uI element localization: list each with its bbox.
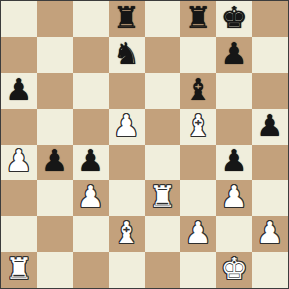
square-g2[interactable] <box>216 216 252 252</box>
square-b8[interactable] <box>37 1 73 37</box>
square-g4[interactable]: ♟ <box>216 145 252 181</box>
square-a7[interactable] <box>1 37 37 73</box>
square-e8[interactable] <box>145 1 181 37</box>
black-bishop: ♝ <box>185 75 212 105</box>
square-d4[interactable] <box>109 145 145 181</box>
black-pawn: ♟ <box>5 75 32 105</box>
black-king: ♚ <box>221 3 248 33</box>
square-b5[interactable] <box>37 109 73 145</box>
square-g5[interactable] <box>216 109 252 145</box>
white-pawn: ♟ <box>185 218 212 248</box>
square-h7[interactable] <box>252 37 288 73</box>
square-d7[interactable]: ♞ <box>109 37 145 73</box>
square-c8[interactable] <box>73 1 109 37</box>
square-a2[interactable] <box>1 216 37 252</box>
white-pawn: ♟ <box>221 182 248 212</box>
chess-board-frame: ♜♜♚♞♟♟♝♟♝♟♟♟♟♟♟♜♟♝♟♟♜♚ <box>0 0 289 289</box>
square-c1[interactable] <box>73 252 109 288</box>
square-h3[interactable] <box>252 180 288 216</box>
square-e4[interactable] <box>145 145 181 181</box>
square-g3[interactable]: ♟ <box>216 180 252 216</box>
square-d6[interactable] <box>109 73 145 109</box>
square-d1[interactable] <box>109 252 145 288</box>
square-b3[interactable] <box>37 180 73 216</box>
square-e2[interactable] <box>145 216 181 252</box>
square-c7[interactable] <box>73 37 109 73</box>
square-h1[interactable] <box>252 252 288 288</box>
square-d8[interactable]: ♜ <box>109 1 145 37</box>
square-h6[interactable] <box>252 73 288 109</box>
white-rook: ♜ <box>149 182 176 212</box>
square-h2[interactable]: ♟ <box>252 216 288 252</box>
black-pawn: ♟ <box>77 146 104 176</box>
square-c6[interactable] <box>73 73 109 109</box>
square-g8[interactable]: ♚ <box>216 1 252 37</box>
square-e5[interactable] <box>145 109 181 145</box>
white-pawn: ♟ <box>257 218 284 248</box>
square-d2[interactable]: ♝ <box>109 216 145 252</box>
square-h5[interactable]: ♟ <box>252 109 288 145</box>
black-pawn: ♟ <box>221 39 248 69</box>
white-pawn: ♟ <box>113 111 140 141</box>
white-bishop: ♝ <box>113 218 140 248</box>
square-c3[interactable]: ♟ <box>73 180 109 216</box>
square-f4[interactable] <box>180 145 216 181</box>
square-f3[interactable] <box>180 180 216 216</box>
square-e1[interactable] <box>145 252 181 288</box>
black-rook: ♜ <box>113 3 140 33</box>
square-f5[interactable]: ♝ <box>180 109 216 145</box>
square-c5[interactable] <box>73 109 109 145</box>
black-knight: ♞ <box>113 39 140 69</box>
black-rook: ♜ <box>185 3 212 33</box>
white-pawn: ♟ <box>77 182 104 212</box>
square-a8[interactable] <box>1 1 37 37</box>
square-h4[interactable] <box>252 145 288 181</box>
square-e7[interactable] <box>145 37 181 73</box>
white-bishop: ♝ <box>185 111 212 141</box>
chess-board: ♜♜♚♞♟♟♝♟♝♟♟♟♟♟♟♜♟♝♟♟♜♚ <box>1 1 288 288</box>
square-e6[interactable] <box>145 73 181 109</box>
square-b6[interactable] <box>37 73 73 109</box>
square-f7[interactable] <box>180 37 216 73</box>
black-pawn: ♟ <box>221 146 248 176</box>
square-f6[interactable]: ♝ <box>180 73 216 109</box>
black-pawn: ♟ <box>257 111 284 141</box>
square-e3[interactable]: ♜ <box>145 180 181 216</box>
square-b7[interactable] <box>37 37 73 73</box>
square-g7[interactable]: ♟ <box>216 37 252 73</box>
square-b2[interactable] <box>37 216 73 252</box>
square-a3[interactable] <box>1 180 37 216</box>
square-c2[interactable] <box>73 216 109 252</box>
square-g6[interactable] <box>216 73 252 109</box>
square-f2[interactable]: ♟ <box>180 216 216 252</box>
white-pawn: ♟ <box>5 146 32 176</box>
white-king: ♚ <box>221 254 248 284</box>
square-a5[interactable] <box>1 109 37 145</box>
square-h8[interactable] <box>252 1 288 37</box>
square-d3[interactable] <box>109 180 145 216</box>
square-d5[interactable]: ♟ <box>109 109 145 145</box>
square-a4[interactable]: ♟ <box>1 145 37 181</box>
square-f8[interactable]: ♜ <box>180 1 216 37</box>
black-pawn: ♟ <box>41 146 68 176</box>
square-f1[interactable] <box>180 252 216 288</box>
square-b4[interactable]: ♟ <box>37 145 73 181</box>
square-g1[interactable]: ♚ <box>216 252 252 288</box>
white-rook: ♜ <box>5 254 32 284</box>
square-a1[interactable]: ♜ <box>1 252 37 288</box>
square-a6[interactable]: ♟ <box>1 73 37 109</box>
square-b1[interactable] <box>37 252 73 288</box>
square-c4[interactable]: ♟ <box>73 145 109 181</box>
